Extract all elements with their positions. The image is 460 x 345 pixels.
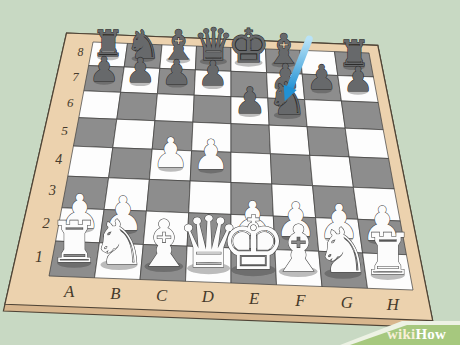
file-label-e: E: [248, 289, 259, 308]
file-label-c: C: [156, 286, 168, 305]
wikihow-logo-wiki: wiki: [387, 326, 415, 342]
square-h5[interactable]: [345, 128, 388, 158]
square-d6[interactable]: [193, 95, 231, 124]
piece-white-rook-h1[interactable]: ♜: [362, 221, 413, 287]
piece-black-pawn-d7[interactable]: ♟: [198, 54, 228, 93]
rank-label-7: 7: [72, 70, 79, 84]
piece-black-pawn-h7[interactable]: ♟: [343, 60, 373, 99]
file-label-g: G: [341, 293, 353, 312]
piece-black-pawn-c7[interactable]: ♟: [161, 53, 191, 92]
wikihow-chess-illustration: 87654321ABCDEFGH ♜♞♝♛♚♝♜♟♟♟♟♟♟♟♟♞♟♟♟♟♟♟♟…: [0, 0, 460, 345]
wikihow-logo: wikiHow: [387, 327, 446, 342]
square-h6[interactable]: [341, 101, 383, 130]
file-label-h: H: [386, 295, 400, 314]
rank-label-8: 8: [77, 45, 83, 59]
square-a6[interactable]: [79, 91, 121, 119]
chess-board: 87654321ABCDEFGH ♜♞♝♛♚♝♜♟♟♟♟♟♟♟♟♞♟♟♟♟♟♟♟…: [0, 0, 460, 345]
piece-white-pawn-d4[interactable]: ♟: [192, 131, 229, 179]
square-g4[interactable]: [310, 155, 354, 187]
square-b6[interactable]: [117, 92, 158, 120]
rank-label-6: 6: [67, 96, 74, 110]
square-e4[interactable]: [231, 152, 272, 184]
piece-black-pawn-a7[interactable]: ♟: [89, 50, 119, 89]
file-label-b: B: [110, 284, 120, 303]
square-g6[interactable]: [305, 100, 346, 129]
square-a5[interactable]: [73, 118, 116, 148]
rank-label-5: 5: [61, 123, 68, 138]
square-g5[interactable]: [307, 127, 349, 157]
piece-black-pawn-b7[interactable]: ♟: [125, 51, 155, 90]
rank-label-4: 4: [55, 152, 62, 167]
rank-label-1: 1: [35, 248, 43, 265]
piece-white-pawn-c4[interactable]: ♟: [152, 129, 189, 177]
piece-black-king-e8[interactable]: ♚: [228, 19, 270, 73]
rank-label-3: 3: [48, 182, 56, 198]
square-e5[interactable]: [231, 124, 270, 154]
file-label-f: F: [294, 291, 306, 310]
square-f5[interactable]: [269, 125, 310, 155]
square-f4[interactable]: [270, 154, 312, 186]
square-b4[interactable]: [109, 148, 153, 180]
square-b5[interactable]: [113, 119, 155, 149]
file-label-a: A: [63, 282, 75, 301]
file-label-d: D: [201, 287, 214, 306]
square-a4[interactable]: [68, 146, 113, 178]
square-h4[interactable]: [349, 157, 394, 189]
wikihow-logo-how: How: [415, 326, 446, 342]
piece-black-pawn-e6[interactable]: ♟: [234, 80, 266, 121]
piece-black-pawn-g7[interactable]: ♟: [307, 58, 337, 97]
square-c6[interactable]: [155, 94, 194, 122]
piece-black-knight-f6[interactable]: ♞: [267, 73, 307, 125]
